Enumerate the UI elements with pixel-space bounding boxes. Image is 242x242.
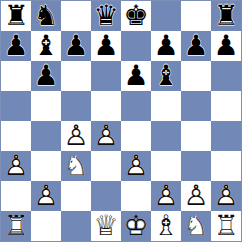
square-e4[interactable] xyxy=(121,121,151,151)
square-g6[interactable] xyxy=(181,61,211,91)
square-a8[interactable]: ♜ xyxy=(1,1,31,31)
square-g5[interactable] xyxy=(181,91,211,121)
white-piece-outline: ♖ xyxy=(3,211,28,241)
square-h2[interactable]: ♟♙ xyxy=(211,181,241,211)
white-piece-outline: ♘ xyxy=(63,151,88,181)
white-pawn[interactable]: ♟♙ xyxy=(33,182,58,210)
square-e3[interactable]: ♟♙ xyxy=(121,151,151,181)
white-pawn[interactable]: ♟♙ xyxy=(93,122,118,150)
square-b2[interactable]: ♟♙ xyxy=(31,181,61,211)
black-pawn[interactable]: ♟ xyxy=(63,32,88,60)
square-c7[interactable]: ♟ xyxy=(61,31,91,61)
square-g3[interactable] xyxy=(181,151,211,181)
black-rook[interactable]: ♜ xyxy=(213,2,238,30)
black-pawn[interactable]: ♟ xyxy=(3,32,28,60)
white-piece-outline: ♘ xyxy=(183,211,208,241)
square-c5[interactable] xyxy=(61,91,91,121)
square-b6[interactable]: ♟ xyxy=(31,61,61,91)
black-bishop[interactable]: ♝ xyxy=(33,32,58,60)
white-pawn[interactable]: ♟♙ xyxy=(213,182,238,210)
square-c8[interactable] xyxy=(61,1,91,31)
square-a2[interactable] xyxy=(1,181,31,211)
black-bishop[interactable]: ♝ xyxy=(153,62,178,90)
white-pawn[interactable]: ♟♙ xyxy=(183,182,208,210)
black-king[interactable]: ♚ xyxy=(123,2,148,30)
square-h5[interactable] xyxy=(211,91,241,121)
square-b8[interactable]: ♞ xyxy=(31,1,61,31)
white-bishop[interactable]: ♝♗ xyxy=(153,212,178,240)
black-pawn[interactable]: ♟ xyxy=(153,32,178,60)
square-a3[interactable]: ♟♙ xyxy=(1,151,31,181)
square-f7[interactable]: ♟ xyxy=(151,31,181,61)
square-c2[interactable] xyxy=(61,181,91,211)
square-f2[interactable]: ♟♙ xyxy=(151,181,181,211)
white-piece-outline: ♙ xyxy=(93,121,118,151)
square-b7[interactable]: ♝ xyxy=(31,31,61,61)
square-h3[interactable] xyxy=(211,151,241,181)
square-d7[interactable]: ♟ xyxy=(91,31,121,61)
white-piece-outline: ♕ xyxy=(93,211,118,241)
square-g7[interactable]: ♟ xyxy=(181,31,211,61)
square-h4[interactable] xyxy=(211,121,241,151)
square-b3[interactable] xyxy=(31,151,61,181)
square-h6[interactable] xyxy=(211,61,241,91)
black-pawn[interactable]: ♟ xyxy=(213,32,238,60)
square-d2[interactable] xyxy=(91,181,121,211)
square-e2[interactable] xyxy=(121,181,151,211)
square-g2[interactable]: ♟♙ xyxy=(181,181,211,211)
square-f5[interactable] xyxy=(151,91,181,121)
square-d4[interactable]: ♟♙ xyxy=(91,121,121,151)
white-piece-outline: ♙ xyxy=(123,151,148,181)
square-h1[interactable]: ♜♖ xyxy=(211,211,241,241)
square-d1[interactable]: ♛♕ xyxy=(91,211,121,241)
square-e7[interactable] xyxy=(121,31,151,61)
square-d8[interactable]: ♛ xyxy=(91,1,121,31)
black-pawn[interactable]: ♟ xyxy=(93,32,118,60)
white-king[interactable]: ♚♔ xyxy=(123,212,148,240)
white-piece-outline: ♗ xyxy=(153,211,178,241)
square-a6[interactable] xyxy=(1,61,31,91)
square-a5[interactable] xyxy=(1,91,31,121)
square-e8[interactable]: ♚ xyxy=(121,1,151,31)
square-f8[interactable] xyxy=(151,1,181,31)
square-e6[interactable]: ♟ xyxy=(121,61,151,91)
square-f3[interactable] xyxy=(151,151,181,181)
black-knight[interactable]: ♞ xyxy=(33,2,58,30)
square-f4[interactable] xyxy=(151,121,181,151)
square-d5[interactable] xyxy=(91,91,121,121)
white-queen[interactable]: ♛♕ xyxy=(93,212,118,240)
square-d6[interactable] xyxy=(91,61,121,91)
square-c6[interactable] xyxy=(61,61,91,91)
white-pawn[interactable]: ♟♙ xyxy=(63,122,88,150)
white-rook[interactable]: ♜♖ xyxy=(213,212,238,240)
white-piece-outline: ♖ xyxy=(213,211,238,241)
square-a4[interactable] xyxy=(1,121,31,151)
square-g1[interactable]: ♞♘ xyxy=(181,211,211,241)
square-e5[interactable] xyxy=(121,91,151,121)
square-h7[interactable]: ♟ xyxy=(211,31,241,61)
white-rook[interactable]: ♜♖ xyxy=(3,212,28,240)
square-b1[interactable] xyxy=(31,211,61,241)
square-c1[interactable] xyxy=(61,211,91,241)
white-piece-outline: ♔ xyxy=(123,211,148,241)
square-a7[interactable]: ♟ xyxy=(1,31,31,61)
black-rook[interactable]: ♜ xyxy=(3,2,28,30)
black-pawn[interactable]: ♟ xyxy=(123,62,148,90)
square-e1[interactable]: ♚♔ xyxy=(121,211,151,241)
white-piece-outline: ♙ xyxy=(183,181,208,211)
black-queen[interactable]: ♛ xyxy=(93,2,118,30)
white-piece-outline: ♙ xyxy=(153,181,178,211)
square-g4[interactable] xyxy=(181,121,211,151)
square-b4[interactable] xyxy=(31,121,61,151)
square-b5[interactable] xyxy=(31,91,61,121)
white-piece-outline: ♙ xyxy=(3,151,28,181)
white-knight[interactable]: ♞♘ xyxy=(183,212,208,240)
white-pawn[interactable]: ♟♙ xyxy=(123,152,148,180)
square-c3[interactable]: ♞♘ xyxy=(61,151,91,181)
white-pawn[interactable]: ♟♙ xyxy=(3,152,28,180)
white-piece-outline: ♙ xyxy=(63,121,88,151)
white-pawn[interactable]: ♟♙ xyxy=(153,182,178,210)
square-h8[interactable]: ♜ xyxy=(211,1,241,31)
white-piece-outline: ♙ xyxy=(213,181,238,211)
square-g8[interactable] xyxy=(181,1,211,31)
square-f1[interactable]: ♝♗ xyxy=(151,211,181,241)
square-a1[interactable]: ♜♖ xyxy=(1,211,31,241)
chess-board: ♜♞♛♚♜♟♝♟♟♟♟♟♟♟♝♟♙♟♙♟♙♞♘♟♙♟♙♟♙♟♙♟♙♜♖♛♕♚♔♝… xyxy=(0,0,242,242)
white-knight[interactable]: ♞♘ xyxy=(63,152,88,180)
square-c4[interactable]: ♟♙ xyxy=(61,121,91,151)
white-piece-outline: ♙ xyxy=(33,181,58,211)
square-f6[interactable]: ♝ xyxy=(151,61,181,91)
black-pawn[interactable]: ♟ xyxy=(183,32,208,60)
square-d3[interactable] xyxy=(91,151,121,181)
black-pawn[interactable]: ♟ xyxy=(33,62,58,90)
